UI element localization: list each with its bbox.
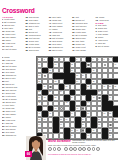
cell-number: 53	[38, 118, 40, 121]
cell-number: 60	[38, 123, 40, 126]
cell-number: 33	[49, 90, 51, 93]
page-number-badge: 66	[25, 151, 32, 157]
word-scramble-circles	[48, 147, 116, 152]
cell-number: 56	[65, 118, 67, 121]
scramble-letter-circle	[48, 147, 52, 151]
cell-number: 15	[49, 69, 51, 72]
cell-number: 72	[109, 134, 111, 137]
cell-number: 25	[93, 80, 95, 83]
clue-item: 8 Not at home	[96, 45, 116, 48]
cell-number: 51	[104, 112, 106, 115]
cell-number: 17	[93, 69, 95, 72]
cell-number: 2	[44, 58, 45, 61]
word-scramble-title: Word Scramble	[48, 139, 71, 144]
circle-marker	[60, 107, 62, 109]
cell-number: 66	[76, 129, 78, 132]
word-scramble-intro: Unscramble the letters to reveal the nam…	[72, 139, 116, 144]
cell-number: 68	[109, 129, 111, 132]
cell-number: 62	[82, 123, 84, 126]
cell-number: 9	[109, 58, 110, 61]
cell-number: 36	[38, 96, 40, 99]
cell-number: 14	[114, 63, 116, 66]
circle-marker	[82, 107, 84, 109]
circle-marker	[87, 64, 89, 66]
clue-rail: 9 Mimic12 Yoga need14 Chip dip15 Not at …	[2, 56, 34, 138]
cell-number: 29	[104, 85, 106, 88]
cell-number: 45	[55, 107, 57, 110]
scramble-letter-circle	[87, 147, 91, 151]
scramble-letter-circle	[57, 147, 61, 151]
scramble-letter-circle	[96, 147, 100, 151]
cell-number: 50	[87, 112, 89, 115]
cell-number: 35	[98, 90, 100, 93]
cell-number: 59	[114, 118, 116, 121]
cell-number: 46	[76, 107, 78, 110]
scramble-letter-circle	[73, 147, 77, 151]
scramble-letter-circle	[92, 147, 96, 151]
cell-number: 5	[76, 58, 77, 61]
cell-number: 31	[114, 85, 116, 88]
scramble-letter-circle	[64, 147, 68, 151]
circle-marker	[104, 64, 106, 66]
clue-item: 70 Pale shade	[72, 49, 92, 52]
cell-number: 55	[60, 118, 62, 121]
cell-number: 44	[87, 101, 89, 104]
cell-number: 67	[93, 129, 95, 132]
cell-number: 7	[98, 58, 99, 61]
cell-number: 21	[82, 74, 84, 77]
clue-band: ACROSS1 Keats work3 Bit of gossip5 Opera…	[2, 16, 116, 55]
cell-number: 40	[93, 96, 95, 99]
cell-number: 64	[38, 129, 40, 132]
cell-number: 37	[44, 96, 46, 99]
clue-item: 55 Era of note	[49, 49, 69, 52]
cell-number: 20	[76, 74, 78, 77]
circle-marker	[82, 129, 84, 131]
cell-number: 61	[60, 123, 62, 126]
clue-item: 38 Opera solo	[25, 49, 45, 52]
grid-cell	[113, 133, 118, 138]
cell-number: 49	[71, 112, 73, 115]
word-scramble-section: Word Scramble Unscramble the letters to …	[48, 139, 116, 159]
scramble-letter-circle	[69, 147, 73, 151]
crossword-grid: 1234567891011121314151617181920212223242…	[36, 56, 118, 140]
cell-number: 3	[55, 58, 56, 61]
cell-number: 24	[76, 80, 78, 83]
cell-number: 43	[65, 101, 67, 104]
cell-number: 41	[109, 96, 111, 99]
cell-number: 28	[87, 85, 89, 88]
cell-number: 11	[55, 63, 57, 66]
scramble-letter-circle	[53, 147, 57, 151]
cell-number: 16	[71, 69, 73, 72]
cell-number: 27	[65, 85, 67, 88]
cell-number: 34	[60, 90, 62, 93]
cell-number: 23	[55, 80, 57, 83]
clue-item: 17 Not at home	[2, 48, 22, 51]
cell-number: 10	[38, 63, 40, 66]
cell-number: 1	[38, 58, 39, 61]
cell-number: 42	[38, 101, 40, 104]
cell-number: 38	[55, 96, 57, 99]
cell-number: 12	[71, 63, 73, 66]
scramble-letter-circle	[78, 147, 82, 151]
cell-number: 18	[38, 74, 40, 77]
word-scramble-note: For answers to this week's puzzles, turn…	[48, 153, 116, 155]
cell-number: 8	[104, 58, 105, 61]
cell-number: 57	[82, 118, 84, 121]
cell-number: 48	[49, 112, 51, 115]
cell-number: 4	[60, 58, 61, 61]
circle-marker	[44, 75, 46, 77]
cell-number: 70	[71, 134, 73, 137]
cell-number: 63	[98, 123, 100, 126]
cell-number: 54	[44, 118, 46, 121]
cell-number: 32	[38, 90, 40, 93]
circle-marker	[109, 124, 111, 126]
cell-number: 65	[71, 129, 73, 132]
cell-number: 39	[71, 96, 73, 99]
scramble-letter-circle	[82, 147, 86, 151]
page-title: Crossword	[2, 7, 35, 14]
word-scramble-hint: Write one letter in each circle below to…	[48, 144, 116, 146]
cell-number: 6	[93, 58, 94, 61]
cell-number: 30	[109, 85, 111, 88]
cell-number: 52	[109, 112, 111, 115]
circle-marker	[98, 97, 100, 99]
cell-number: 58	[98, 118, 100, 121]
circle-marker	[49, 86, 51, 88]
cell-number: 47	[38, 112, 40, 115]
cell-number: 71	[87, 134, 89, 137]
cell-number: 22	[38, 80, 40, 83]
cell-number: 26	[44, 85, 46, 88]
